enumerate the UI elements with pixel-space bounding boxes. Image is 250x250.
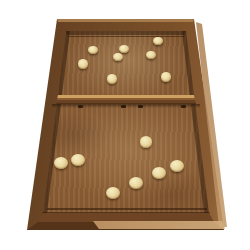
far-half bbox=[0, 31, 250, 95]
disc[interactable] bbox=[71, 154, 84, 166]
gate-bar-cast-shadow bbox=[52, 104, 200, 108]
disc[interactable] bbox=[106, 187, 121, 200]
disc[interactable] bbox=[140, 136, 153, 147]
disc[interactable] bbox=[88, 46, 98, 55]
disc[interactable] bbox=[153, 37, 163, 45]
disc[interactable] bbox=[78, 59, 88, 68]
near-half bbox=[0, 104, 250, 213]
disc[interactable] bbox=[119, 45, 129, 54]
disc[interactable] bbox=[129, 177, 143, 190]
gate-bar bbox=[0, 95, 250, 104]
gate-opening bbox=[181, 105, 186, 109]
gate-opening bbox=[138, 105, 143, 109]
gate-opening bbox=[121, 105, 126, 109]
board-grid bbox=[0, 31, 250, 213]
disc[interactable] bbox=[54, 157, 68, 169]
product-photo-canvas bbox=[0, 0, 250, 250]
disc[interactable] bbox=[170, 160, 184, 172]
disc[interactable] bbox=[113, 53, 123, 62]
gate-bar-row bbox=[0, 95, 250, 104]
disc[interactable] bbox=[161, 72, 172, 81]
disc[interactable] bbox=[107, 74, 118, 83]
disc[interactable] bbox=[146, 51, 156, 60]
gate-opening bbox=[78, 105, 83, 109]
disc[interactable] bbox=[152, 167, 166, 179]
